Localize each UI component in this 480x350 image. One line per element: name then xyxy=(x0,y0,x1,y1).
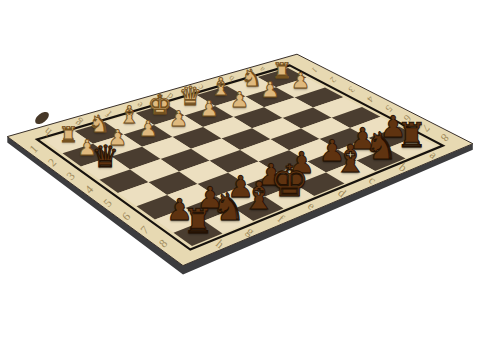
chess-photo-scene: 1122334455667788aabbccddeeffgghh ♜♞♝♛♚♝♞… xyxy=(0,0,480,350)
chess-board: 1122334455667788aabbccddeeffgghh xyxy=(0,0,480,350)
brand-logo-oval xyxy=(33,110,51,127)
